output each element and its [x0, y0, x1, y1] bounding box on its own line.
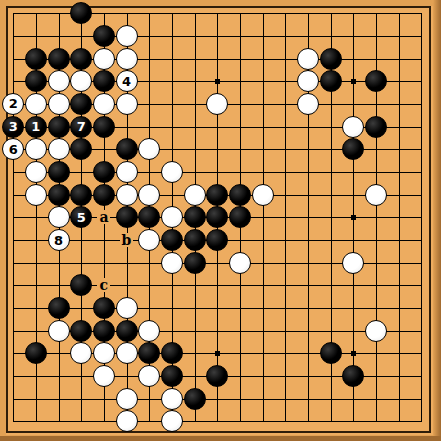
stone-black	[70, 138, 92, 160]
stone-white	[25, 161, 47, 183]
stone-white	[365, 184, 387, 206]
stone-white	[138, 365, 160, 387]
star-point	[215, 351, 220, 356]
grid-line-horizontal	[13, 421, 422, 422]
stone-white	[48, 70, 70, 92]
stone-white	[184, 184, 206, 206]
stone-white	[116, 161, 138, 183]
stone-black	[70, 274, 92, 296]
stone-white	[161, 206, 183, 228]
star-point	[351, 215, 356, 220]
stone-white	[161, 410, 183, 432]
stone-black	[48, 116, 70, 138]
stone-white-move-2: 2	[2, 93, 24, 115]
stone-white	[93, 342, 115, 364]
stone-black	[116, 206, 138, 228]
stone-white	[161, 388, 183, 410]
stone-black-move-7: 7	[70, 116, 92, 138]
stone-black	[116, 138, 138, 160]
stone-white	[116, 93, 138, 115]
stone-white	[70, 70, 92, 92]
stone-white	[116, 25, 138, 47]
stone-black	[70, 48, 92, 70]
stone-white	[25, 184, 47, 206]
stone-black	[161, 229, 183, 251]
stone-white	[365, 320, 387, 342]
stone-white	[116, 297, 138, 319]
stone-white-move-6: 6	[2, 138, 24, 160]
stone-white	[48, 93, 70, 115]
grid-line-horizontal	[13, 308, 422, 309]
stone-black	[48, 297, 70, 319]
stone-white	[48, 138, 70, 160]
stone-white	[93, 48, 115, 70]
stone-black	[184, 229, 206, 251]
stone-black	[184, 388, 206, 410]
stone-black	[93, 297, 115, 319]
stone-black-move-1: 1	[25, 116, 47, 138]
stone-white	[138, 138, 160, 160]
stone-black	[93, 161, 115, 183]
stone-white	[48, 320, 70, 342]
star-point	[351, 351, 356, 356]
stone-white	[297, 70, 319, 92]
stone-white	[342, 252, 364, 274]
stone-black	[320, 70, 342, 92]
grid-line-vertical	[263, 13, 264, 422]
grid-line-vertical	[285, 13, 286, 422]
stone-black	[93, 184, 115, 206]
stone-white	[342, 116, 364, 138]
stone-white	[25, 138, 47, 160]
stone-black	[138, 206, 160, 228]
stone-black	[25, 48, 47, 70]
stone-black	[365, 70, 387, 92]
stone-black	[70, 320, 92, 342]
stone-black	[206, 229, 228, 251]
stone-white	[116, 388, 138, 410]
stone-white	[116, 342, 138, 364]
go-diagram: 4231765a8bc	[0, 0, 441, 441]
stone-white	[116, 184, 138, 206]
stone-black	[48, 161, 70, 183]
stone-black	[93, 25, 115, 47]
stone-white	[206, 93, 228, 115]
stone-white	[116, 48, 138, 70]
stone-black	[229, 206, 251, 228]
stone-black	[70, 93, 92, 115]
stone-black	[184, 206, 206, 228]
stone-black	[184, 252, 206, 274]
stone-white	[93, 93, 115, 115]
stone-black	[93, 320, 115, 342]
stone-white-move-4: 4	[116, 70, 138, 92]
star-point	[215, 79, 220, 84]
stone-black	[48, 48, 70, 70]
stone-black	[93, 70, 115, 92]
stone-white	[297, 48, 319, 70]
stone-white	[138, 184, 160, 206]
stone-white	[229, 252, 251, 274]
stone-white	[161, 161, 183, 183]
stone-black	[116, 320, 138, 342]
point-label-a: a	[97, 210, 110, 224]
stone-black	[342, 138, 364, 160]
star-point	[351, 79, 356, 84]
stone-white	[93, 365, 115, 387]
stone-black	[229, 184, 251, 206]
stone-black	[342, 365, 364, 387]
stone-white-move-8: 8	[48, 229, 70, 251]
stone-white	[252, 184, 274, 206]
stone-white	[48, 206, 70, 228]
stone-black	[206, 206, 228, 228]
stone-black	[161, 342, 183, 364]
stone-white	[161, 252, 183, 274]
stone-black	[138, 342, 160, 364]
grid-line-vertical	[421, 13, 422, 422]
stone-white	[116, 410, 138, 432]
stone-black	[93, 116, 115, 138]
stone-white	[70, 342, 92, 364]
grid-line-vertical	[399, 13, 400, 422]
stone-black	[25, 70, 47, 92]
stone-black	[206, 365, 228, 387]
stone-black	[48, 184, 70, 206]
stone-black-move-5: 5	[70, 206, 92, 228]
grid-line-horizontal	[13, 399, 422, 400]
stone-black	[70, 2, 92, 24]
stone-black	[70, 184, 92, 206]
stone-white	[25, 93, 47, 115]
stone-black	[206, 184, 228, 206]
stone-black	[25, 342, 47, 364]
stone-black-move-3: 3	[2, 116, 24, 138]
point-label-b: b	[120, 233, 134, 247]
stone-white	[297, 93, 319, 115]
stone-black	[320, 342, 342, 364]
point-label-c: c	[97, 278, 110, 292]
stone-black	[161, 365, 183, 387]
go-board: 4231765a8bc	[0, 0, 441, 441]
stone-black	[320, 48, 342, 70]
stone-white	[138, 229, 160, 251]
stone-white	[138, 320, 160, 342]
stone-black	[365, 116, 387, 138]
